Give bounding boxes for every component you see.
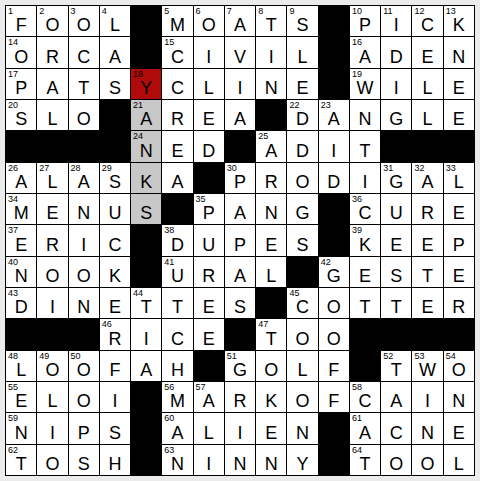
cell-r1c6[interactable]: 5M [162, 6, 192, 36]
black-cell-r1c5 [131, 6, 161, 36]
cell-letter: E [6, 236, 36, 255]
cell-letter: U [100, 204, 130, 223]
black-cell-r8c11 [319, 225, 349, 255]
cell-letter: N [444, 48, 474, 67]
cell-letter: N [256, 455, 286, 474]
cell-r1c4[interactable]: 4L [100, 6, 130, 36]
cell-letter: G [381, 110, 411, 129]
cell-r15c15[interactable]: L [444, 445, 474, 475]
cell-r8c12[interactable]: 39K [350, 225, 380, 255]
cell-r7c5[interactable]: S [131, 194, 161, 224]
cell-r8c8[interactable]: P [225, 225, 255, 255]
cell-r10c14[interactable]: E [412, 288, 442, 318]
cell-r4c1[interactable]: 20S [6, 100, 36, 130]
cell-r13c4[interactable]: I [100, 382, 130, 412]
cell-r13c1[interactable]: 55E [6, 382, 36, 412]
cell-r11c6[interactable]: C [162, 319, 192, 349]
cell-r7c4[interactable]: U [100, 194, 130, 224]
cell-r14c3[interactable]: P [69, 413, 99, 443]
cell-r10c10[interactable]: 45C [287, 288, 317, 318]
cell-r14c7[interactable]: L [194, 413, 224, 443]
cell-r9c11[interactable]: 42G [319, 257, 349, 287]
cell-letter: O [444, 361, 474, 380]
cell-r14c6[interactable]: 60A [162, 413, 192, 443]
cell-letter: N [6, 424, 36, 443]
cell-letter: L [194, 424, 224, 443]
cell-r5c6[interactable]: E [162, 131, 192, 161]
cell-letter: I [256, 48, 286, 67]
cell-r3c6[interactable]: C [162, 69, 192, 99]
cell-r7c9[interactable]: N [256, 194, 286, 224]
cell-r13c11[interactable]: F [319, 382, 349, 412]
cell-r4c14[interactable]: L [412, 100, 442, 130]
cell-r3c13[interactable]: I [381, 69, 411, 99]
cell-r10c13[interactable]: T [381, 288, 411, 318]
cell-r14c15[interactable]: E [444, 413, 474, 443]
cell-r12c14[interactable]: 53W [412, 351, 442, 381]
cell-r4c10[interactable]: 22D [287, 100, 317, 130]
cell-letter: O [381, 455, 411, 474]
cell-r15c3[interactable]: S [69, 445, 99, 475]
cell-r2c14[interactable]: E [412, 37, 442, 67]
cell-r11c11[interactable]: O [319, 319, 349, 349]
cell-r3c10[interactable]: E [287, 69, 317, 99]
cell-r9c3[interactable]: O [69, 257, 99, 287]
cell-letter: A [225, 110, 255, 129]
cell-r5c5[interactable]: 24N [131, 131, 161, 161]
cell-r4c3[interactable]: O [69, 100, 99, 130]
cell-r10c2[interactable]: I [37, 288, 67, 318]
cell-letter: N [225, 455, 255, 474]
cell-r9c14[interactable]: T [412, 257, 442, 287]
cell-letter: C [100, 236, 130, 255]
cell-r1c10[interactable]: 9S [287, 6, 317, 36]
cell-letter: O [37, 16, 67, 35]
cell-letter: I [319, 142, 349, 161]
cell-r6c15[interactable]: 33L [444, 163, 474, 193]
cell-letter: G [381, 173, 411, 192]
cell-r10c6[interactable]: T [162, 288, 192, 318]
cell-letter: D [287, 142, 317, 161]
cell-r1c2[interactable]: 2O [37, 6, 67, 36]
black-cell-r9c10 [287, 257, 317, 287]
crossword-page: 1F2O3O4L5M6O7A8T9S10P11I12C13K14ORCA15CI… [0, 0, 480, 481]
cell-letter: E [444, 79, 474, 98]
cell-r15c9[interactable]: N [256, 445, 286, 475]
cell-letter: A [131, 361, 161, 380]
cell-r3c7[interactable]: L [194, 69, 224, 99]
cell-letter: O [287, 173, 317, 192]
cell-r1c13[interactable]: 11I [381, 6, 411, 36]
cell-letter: T [131, 298, 161, 317]
cell-letter: L [194, 79, 224, 98]
cell-letter: L [37, 392, 67, 411]
cell-r15c4[interactable]: H [100, 445, 130, 475]
cell-letter: D [381, 48, 411, 67]
cell-r7c7[interactable]: 35P [194, 194, 224, 224]
black-cell-r5c4 [100, 131, 130, 161]
cell-r13c2[interactable]: L [37, 382, 67, 412]
cell-letter: P [69, 424, 99, 443]
cell-letter: L [412, 79, 442, 98]
cell-r7c12[interactable]: 36C [350, 194, 380, 224]
cell-r6c8[interactable]: 30P [225, 163, 255, 193]
cell-letter: R [162, 110, 192, 129]
cell-r11c4[interactable]: 46R [100, 319, 130, 349]
cell-r1c15[interactable]: 13K [444, 6, 474, 36]
cell-r15c1[interactable]: 62T [6, 445, 36, 475]
cell-r12c6[interactable]: H [162, 351, 192, 381]
cell-letter: A [319, 110, 349, 129]
cell-r8c9[interactable]: E [256, 225, 286, 255]
cell-letter: I [225, 79, 255, 98]
cell-r1c3[interactable]: 3O [69, 6, 99, 36]
cell-r2c7[interactable]: I [194, 37, 224, 67]
cell-r5c12[interactable]: T [350, 131, 380, 161]
cell-letter: N [350, 110, 380, 129]
cell-letter: Y [287, 455, 317, 474]
cell-letter: W [350, 79, 380, 98]
cell-letter: R [194, 267, 224, 286]
black-cell-r14c11 [319, 413, 349, 443]
cell-r10c7[interactable]: E [194, 288, 224, 318]
cell-r1c14[interactable]: 12C [412, 6, 442, 36]
cell-r1c7[interactable]: 6O [194, 6, 224, 36]
cell-r5c10[interactable]: D [287, 131, 317, 161]
cell-r6c12[interactable]: I [350, 163, 380, 193]
cell-r2c4[interactable]: A [100, 37, 130, 67]
cell-r9c13[interactable]: S [381, 257, 411, 287]
cell-letter: U [381, 204, 411, 223]
cell-r7c3[interactable]: N [69, 194, 99, 224]
cell-r7c14[interactable]: R [412, 194, 442, 224]
cell-r4c8[interactable]: A [225, 100, 255, 130]
cell-letter: I [381, 79, 411, 98]
cell-r11c10[interactable]: O [287, 319, 317, 349]
cell-letter: O [194, 16, 224, 35]
cell-r3c8[interactable]: I [225, 69, 255, 99]
cell-r8c13[interactable]: E [381, 225, 411, 255]
cell-letter: T [350, 142, 380, 161]
cell-r8c14[interactable]: E [412, 225, 442, 255]
cell-r12c15[interactable]: 54O [444, 351, 474, 381]
cell-r6c2[interactable]: 27L [37, 163, 67, 193]
black-cell-r4c9 [256, 100, 286, 130]
cell-letter: E [444, 424, 474, 443]
cell-r14c9[interactable]: E [256, 413, 286, 443]
cell-r4c5[interactable]: 21A [131, 100, 161, 130]
cell-letter: F [100, 361, 130, 380]
cell-letter: D [287, 110, 317, 129]
cell-letter: C [162, 79, 192, 98]
cell-letter: O [37, 361, 67, 380]
cell-r15c13[interactable]: O [381, 445, 411, 475]
cell-r4c15[interactable]: E [444, 100, 474, 130]
cell-r4c11[interactable]: 23A [319, 100, 349, 130]
cell-letter: P [444, 236, 474, 255]
cell-r12c3[interactable]: 50O [69, 351, 99, 381]
cell-r7c2[interactable]: E [37, 194, 67, 224]
cell-r3c14[interactable]: L [412, 69, 442, 99]
cell-r6c5[interactable]: K [131, 163, 161, 193]
cell-r8c10[interactable]: S [287, 225, 317, 255]
cell-letter: E [444, 204, 474, 223]
cell-letter: G [225, 361, 255, 380]
cell-letter: S [381, 267, 411, 286]
cell-letter: O [69, 267, 99, 286]
cell-letter: M [162, 392, 192, 411]
cell-r13c15[interactable]: N [444, 382, 474, 412]
cell-r12c5[interactable]: A [131, 351, 161, 381]
cell-letter: D [319, 173, 349, 192]
cell-r14c13[interactable]: C [381, 413, 411, 443]
cell-r10c4[interactable]: E [100, 288, 130, 318]
cell-letter: I [381, 16, 411, 35]
cell-letter: E [412, 48, 442, 67]
cell-r3c15[interactable]: E [444, 69, 474, 99]
cell-r13c9[interactable]: K [256, 382, 286, 412]
cell-letter: N [412, 424, 442, 443]
cell-letter: E [100, 298, 130, 317]
cell-r3c1[interactable]: 17P [6, 69, 36, 99]
cell-letter: I [412, 392, 442, 411]
cell-r6c6[interactable]: A [162, 163, 192, 193]
cell-r12c11[interactable]: F [319, 351, 349, 381]
cell-r15c10[interactable]: Y [287, 445, 317, 475]
black-cell-r12c12 [350, 351, 380, 381]
cell-r6c3[interactable]: 28A [69, 163, 99, 193]
cell-r2c13[interactable]: D [381, 37, 411, 67]
cell-letter: R [100, 330, 130, 349]
cell-r9c7[interactable]: R [194, 257, 224, 287]
cell-r9c1[interactable]: 40N [6, 257, 36, 287]
black-cell-r5c2 [37, 131, 67, 161]
cell-r14c14[interactable]: N [412, 413, 442, 443]
cell-letter: L [100, 16, 130, 35]
cell-letter: C [350, 204, 380, 223]
cell-r3c12[interactable]: 19W [350, 69, 380, 99]
cell-r14c2[interactable]: I [37, 413, 67, 443]
cell-letter: R [256, 173, 286, 192]
cell-r1c8[interactable]: 7A [225, 6, 255, 36]
cell-r11c9[interactable]: 47T [256, 319, 286, 349]
cell-r2c15[interactable]: N [444, 37, 474, 67]
cell-r2c2[interactable]: R [37, 37, 67, 67]
cell-r14c8[interactable]: I [225, 413, 255, 443]
cell-r12c8[interactable]: 51G [225, 351, 255, 381]
cell-letter: A [131, 110, 161, 129]
cell-letter: A [194, 392, 224, 411]
cell-r8c7[interactable]: U [194, 225, 224, 255]
cell-r12c10[interactable]: L [287, 351, 317, 381]
cell-r15c2[interactable]: O [37, 445, 67, 475]
cell-r14c1[interactable]: 59N [6, 413, 36, 443]
cell-letter: T [381, 298, 411, 317]
cell-r8c3[interactable]: I [69, 225, 99, 255]
cell-r6c10[interactable]: O [287, 163, 317, 193]
cell-r15c12[interactable]: 64T [350, 445, 380, 475]
cell-letter: L [444, 173, 474, 192]
cell-r2c6[interactable]: 15C [162, 37, 192, 67]
cell-r9c2[interactable]: O [37, 257, 67, 287]
cell-r9c12[interactable]: E [350, 257, 380, 287]
cell-r11c5[interactable]: I [131, 319, 161, 349]
cell-letter: O [69, 392, 99, 411]
cell-r6c14[interactable]: 32A [412, 163, 442, 193]
cell-r3c4[interactable]: S [100, 69, 130, 99]
cell-letter: M [162, 16, 192, 35]
cell-r6c11[interactable]: D [319, 163, 349, 193]
cell-r12c9[interactable]: O [256, 351, 286, 381]
cell-r9c8[interactable]: A [225, 257, 255, 287]
cell-letter: E [37, 204, 67, 223]
cell-r13c7[interactable]: 57A [194, 382, 224, 412]
cell-r13c10[interactable]: O [287, 382, 317, 412]
cell-letter: E [256, 424, 286, 443]
cell-r9c15[interactable]: E [444, 257, 474, 287]
cell-letter: S [69, 455, 99, 474]
cell-r10c3[interactable]: N [69, 288, 99, 318]
cell-r3c3[interactable]: T [69, 69, 99, 99]
cell-r2c8[interactable]: V [225, 37, 255, 67]
cell-r3c9[interactable]: N [256, 69, 286, 99]
cell-r14c10[interactable]: N [287, 413, 317, 443]
cell-letter: T [6, 455, 36, 474]
cell-letter: D [194, 142, 224, 161]
cell-r12c13[interactable]: 52T [381, 351, 411, 381]
black-cell-r15c11 [319, 445, 349, 475]
cell-r10c11[interactable]: O [319, 288, 349, 318]
cell-letter: V [225, 48, 255, 67]
cell-letter: I [37, 424, 67, 443]
cell-r11c7[interactable]: E [194, 319, 224, 349]
black-cell-r11c13 [381, 319, 411, 349]
cell-letter: L [287, 361, 317, 380]
cell-r12c4[interactable]: F [100, 351, 130, 381]
cell-r14c12[interactable]: 61A [350, 413, 380, 443]
cell-r13c6[interactable]: 56M [162, 382, 192, 412]
cell-letter: F [319, 361, 349, 380]
cell-r4c12[interactable]: N [350, 100, 380, 130]
cell-letter: R [444, 298, 474, 317]
cell-letter: C [350, 392, 380, 411]
cell-r10c8[interactable]: S [225, 288, 255, 318]
black-cell-r5c3 [69, 131, 99, 161]
cell-letter: N [131, 142, 161, 161]
cell-letter: T [256, 16, 286, 35]
cell-r1c9[interactable]: 8T [256, 6, 286, 36]
cell-r7c13[interactable]: U [381, 194, 411, 224]
cell-r13c3[interactable]: O [69, 382, 99, 412]
cell-r6c13[interactable]: 31G [381, 163, 411, 193]
cell-letter: K [256, 392, 286, 411]
cell-letter: E [412, 298, 442, 317]
cell-r13c8[interactable]: R [225, 382, 255, 412]
cell-r7c10[interactable]: G [287, 194, 317, 224]
cell-r5c9[interactable]: 25A [256, 131, 286, 161]
black-cell-r5c13 [381, 131, 411, 161]
cell-letter: D [162, 236, 192, 255]
cell-letter: A [100, 48, 130, 67]
cell-r5c11[interactable]: I [319, 131, 349, 161]
black-cell-r4c4 [100, 100, 130, 130]
cell-r13c14[interactable]: I [412, 382, 442, 412]
cell-r4c6[interactable]: R [162, 100, 192, 130]
cell-r2c1[interactable]: 14O [6, 37, 36, 67]
cell-letter: S [6, 110, 36, 129]
cell-r9c4[interactable]: K [100, 257, 130, 287]
cell-r15c14[interactable]: O [412, 445, 442, 475]
cell-r9c9[interactable]: L [256, 257, 286, 287]
cell-letter: A [412, 173, 442, 192]
cell-r2c9[interactable]: I [256, 37, 286, 67]
cell-r10c5[interactable]: 44T [131, 288, 161, 318]
black-cell-r6c7 [194, 163, 224, 193]
cell-r8c1[interactable]: 37E [6, 225, 36, 255]
cell-r10c15[interactable]: R [444, 288, 474, 318]
cell-r12c2[interactable]: 49O [37, 351, 67, 381]
cell-letter: I [37, 298, 67, 317]
cell-r2c12[interactable]: 16A [350, 37, 380, 67]
cell-r10c12[interactable]: T [350, 288, 380, 318]
cell-letter: G [287, 204, 317, 223]
cell-letter: O [319, 298, 349, 317]
cell-r5c7[interactable]: D [194, 131, 224, 161]
cell-r15c6[interactable]: 63N [162, 445, 192, 475]
cell-r13c13[interactable]: A [381, 382, 411, 412]
cell-r2c10[interactable]: L [287, 37, 317, 67]
cell-r2c3[interactable]: C [69, 37, 99, 67]
cell-r7c8[interactable]: A [225, 194, 255, 224]
cell-r3c5[interactable]: 18Y [131, 69, 161, 99]
cell-letter: R [37, 236, 67, 255]
cell-letter: L [287, 48, 317, 67]
cell-letter: W [412, 361, 442, 380]
cell-r6c9[interactable]: R [256, 163, 286, 193]
cell-r4c13[interactable]: G [381, 100, 411, 130]
cell-letter: C [287, 298, 317, 317]
cell-r7c15[interactable]: E [444, 194, 474, 224]
cell-r8c6[interactable]: 38D [162, 225, 192, 255]
cell-r3c2[interactable]: A [37, 69, 67, 99]
cell-r13c12[interactable]: 58C [350, 382, 380, 412]
black-cell-r3c11 [319, 69, 349, 99]
cell-r9c6[interactable]: 41U [162, 257, 192, 287]
cell-r10c1[interactable]: 43D [6, 288, 36, 318]
cell-r1c1[interactable]: 1F [6, 6, 36, 36]
cell-r8c15[interactable]: P [444, 225, 474, 255]
cell-r4c7[interactable]: E [194, 100, 224, 130]
cell-r6c4[interactable]: 29S [100, 163, 130, 193]
cell-letter: D [6, 298, 36, 317]
cell-r7c1[interactable]: 34M [6, 194, 36, 224]
cell-letter: A [350, 48, 380, 67]
cell-r15c7[interactable]: I [194, 445, 224, 475]
cell-letter: N [256, 79, 286, 98]
cell-r15c8[interactable]: N [225, 445, 255, 475]
cell-r8c2[interactable]: R [37, 225, 67, 255]
cell-r4c2[interactable]: L [37, 100, 67, 130]
cell-r1c12[interactable]: 10P [350, 6, 380, 36]
cell-r14c4[interactable]: S [100, 413, 130, 443]
cell-letter: A [225, 16, 255, 35]
cell-r8c4[interactable]: C [100, 225, 130, 255]
cell-letter: L [37, 110, 67, 129]
cell-r6c1[interactable]: 26A [6, 163, 36, 193]
cell-letter: P [225, 173, 255, 192]
cell-r12c1[interactable]: 48L [6, 351, 36, 381]
cell-letter: T [412, 267, 442, 286]
